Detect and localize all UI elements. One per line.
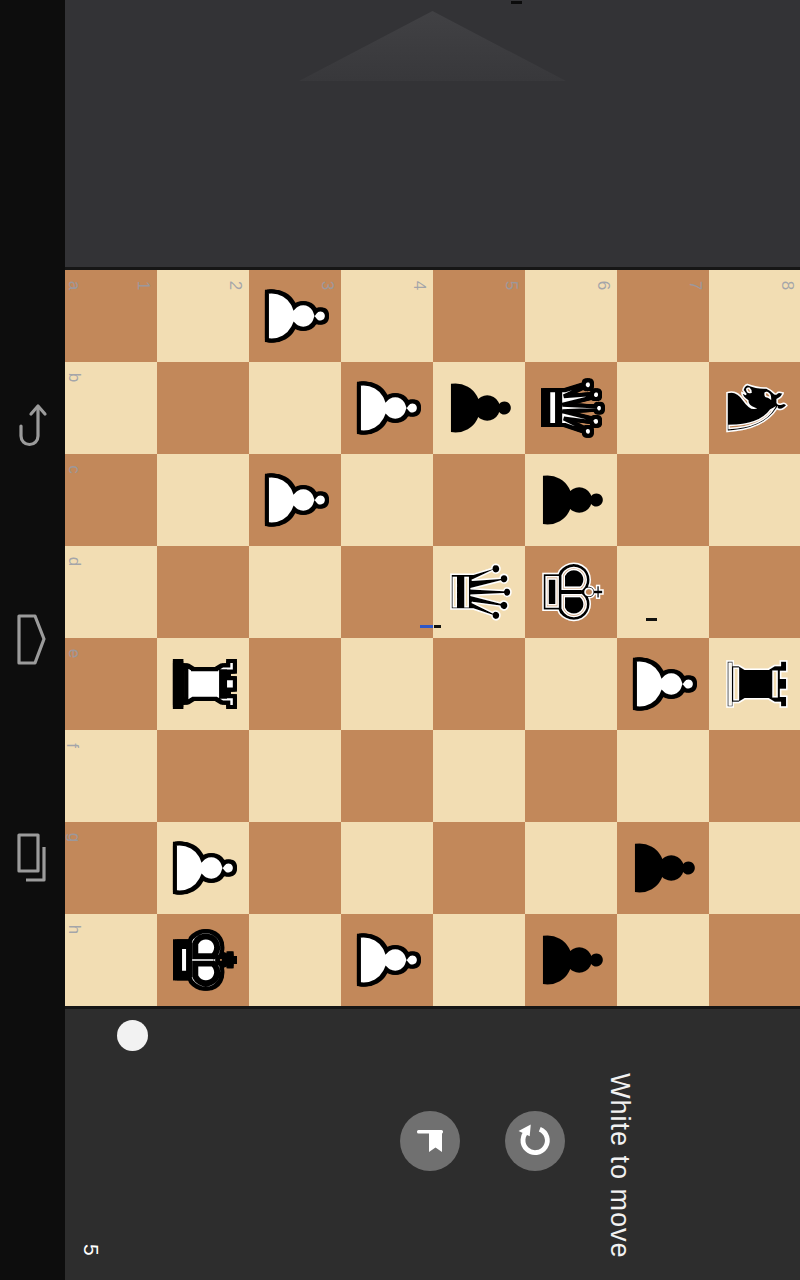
restart-icon xyxy=(517,1123,553,1159)
square-g3[interactable] xyxy=(249,822,341,914)
square-g2[interactable]: ♟ xyxy=(157,822,249,914)
square-a5[interactable]: 5 xyxy=(433,270,525,362)
piece-white-king[interactable]: ♚ xyxy=(157,914,249,1006)
top-panel xyxy=(0,0,800,267)
square-g7[interactable]: ♟ xyxy=(617,822,709,914)
square-d8[interactable] xyxy=(709,546,800,638)
square-c5[interactable] xyxy=(433,454,525,546)
square-g4[interactable] xyxy=(341,822,433,914)
square-b5[interactable]: ♟ xyxy=(433,362,525,454)
square-g8[interactable] xyxy=(709,822,800,914)
square-d1[interactable]: d xyxy=(65,546,157,638)
col-label-2: 2 xyxy=(227,281,244,290)
row-label-e: e xyxy=(66,649,83,658)
square-h7[interactable] xyxy=(617,914,709,1006)
square-c2[interactable] xyxy=(157,454,249,546)
piece-white-pawn[interactable]: ♟ xyxy=(617,638,709,730)
square-f7[interactable] xyxy=(617,730,709,822)
piece-black-queen[interactable]: ♛ xyxy=(433,546,525,638)
side-to-move-dot xyxy=(117,1020,148,1051)
piece-white-pawn[interactable]: ♟ xyxy=(249,270,341,362)
square-c8[interactable] xyxy=(709,454,800,546)
square-a3[interactable]: 3♟ xyxy=(249,270,341,362)
row-label-g: g xyxy=(66,833,83,842)
square-b6[interactable]: ♛ xyxy=(525,362,617,454)
square-f2[interactable] xyxy=(157,730,249,822)
square-e1[interactable]: e xyxy=(65,638,157,730)
col-label-8: 8 xyxy=(779,281,796,290)
piece-white-pawn[interactable]: ♟ xyxy=(341,914,433,1006)
sidebar xyxy=(0,0,65,1280)
square-b3[interactable] xyxy=(249,362,341,454)
square-d3[interactable] xyxy=(249,546,341,638)
square-b8[interactable]: ♞ xyxy=(709,362,800,454)
piece-black-pawn[interactable]: ♟ xyxy=(525,914,617,1006)
square-d2[interactable] xyxy=(157,546,249,638)
restart-button[interactable] xyxy=(505,1111,565,1171)
square-f5[interactable] xyxy=(433,730,525,822)
hint-dash-dark xyxy=(434,625,441,628)
piece-black-king[interactable]: ♚ xyxy=(525,546,617,638)
square-b1[interactable]: b xyxy=(65,362,157,454)
row-label-a: a xyxy=(66,281,83,290)
square-h3[interactable] xyxy=(249,914,341,1006)
piece-black-knight[interactable]: ♞ xyxy=(709,362,800,454)
copy-icon[interactable] xyxy=(16,832,48,884)
square-d6[interactable]: ♚ xyxy=(525,546,617,638)
square-f6[interactable] xyxy=(525,730,617,822)
square-f8[interactable] xyxy=(709,730,800,822)
flag-button[interactable] xyxy=(400,1111,460,1171)
row-label-c: c xyxy=(66,465,83,474)
piece-white-rook[interactable]: ♜ xyxy=(157,638,249,730)
square-h5[interactable] xyxy=(433,914,525,1006)
square-g5[interactable] xyxy=(433,822,525,914)
turn-indicator-text: White to move xyxy=(604,1073,635,1259)
square-g6[interactable] xyxy=(525,822,617,914)
col-label-7: 7 xyxy=(687,281,704,290)
square-a6[interactable]: 6 xyxy=(525,270,617,362)
chess-board: a123♟45678b♟♟♛♞c♟♟d♛♚e♜♟♜fg♟♟h♚♟♟ xyxy=(65,267,800,1009)
hint-dash-dark-2 xyxy=(646,618,657,621)
piece-white-pawn[interactable]: ♟ xyxy=(249,454,341,546)
square-a1[interactable]: a1 xyxy=(65,270,157,362)
square-c7[interactable] xyxy=(617,454,709,546)
square-h6[interactable]: ♟ xyxy=(525,914,617,1006)
square-e3[interactable] xyxy=(249,638,341,730)
row-label-h: h xyxy=(66,925,83,934)
row-label-f: f xyxy=(64,743,81,748)
piece-white-queen[interactable]: ♛ xyxy=(525,362,617,454)
col-label-6: 6 xyxy=(595,281,612,290)
square-a4[interactable]: 4 xyxy=(341,270,433,362)
piece-black-pawn[interactable]: ♟ xyxy=(433,362,525,454)
square-a8[interactable]: 8 xyxy=(709,270,800,362)
square-e7[interactable]: ♟ xyxy=(617,638,709,730)
square-d7[interactable] xyxy=(617,546,709,638)
hint-dash-blue xyxy=(420,625,433,628)
row-label-b: b xyxy=(66,373,83,382)
square-h8[interactable] xyxy=(709,914,800,1006)
piece-white-pawn[interactable]: ♟ xyxy=(157,822,249,914)
square-f1[interactable]: f xyxy=(65,730,157,822)
col-label-5: 5 xyxy=(503,281,520,290)
square-c6[interactable]: ♟ xyxy=(525,454,617,546)
square-e4[interactable] xyxy=(341,638,433,730)
piece-black-pawn[interactable]: ♟ xyxy=(525,454,617,546)
flag-icon xyxy=(413,1124,447,1158)
square-e6[interactable] xyxy=(525,638,617,730)
square-c3[interactable]: ♟ xyxy=(249,454,341,546)
square-f4[interactable] xyxy=(341,730,433,822)
tag-icon[interactable] xyxy=(17,614,47,666)
notch-mark xyxy=(511,1,522,4)
square-c4[interactable] xyxy=(341,454,433,546)
square-a7[interactable]: 7 xyxy=(617,270,709,362)
square-e8[interactable]: ♜ xyxy=(709,638,800,730)
square-e5[interactable] xyxy=(433,638,525,730)
square-a2[interactable]: 2 xyxy=(157,270,249,362)
col-label-4: 4 xyxy=(411,281,428,290)
piece-black-pawn[interactable]: ♟ xyxy=(617,822,709,914)
square-g1[interactable]: g xyxy=(65,822,157,914)
square-b7[interactable] xyxy=(617,362,709,454)
square-h1[interactable]: h xyxy=(65,914,157,1006)
piece-black-rook[interactable]: ♜ xyxy=(709,638,800,730)
pull-tab-triangle xyxy=(299,11,566,81)
puzzle-counter: 5 xyxy=(79,1244,103,1256)
square-b2[interactable] xyxy=(157,362,249,454)
square-h4[interactable]: ♟ xyxy=(341,914,433,1006)
square-f3[interactable] xyxy=(249,730,341,822)
col-label-1: 1 xyxy=(135,281,152,290)
undo-icon[interactable] xyxy=(9,398,55,452)
square-d5[interactable]: ♛ xyxy=(433,546,525,638)
square-h2[interactable]: ♚ xyxy=(157,914,249,1006)
square-b4[interactable]: ♟ xyxy=(341,362,433,454)
square-c1[interactable]: c xyxy=(65,454,157,546)
square-e2[interactable]: ♜ xyxy=(157,638,249,730)
row-label-d: d xyxy=(66,557,83,566)
piece-white-pawn[interactable]: ♟ xyxy=(341,362,433,454)
